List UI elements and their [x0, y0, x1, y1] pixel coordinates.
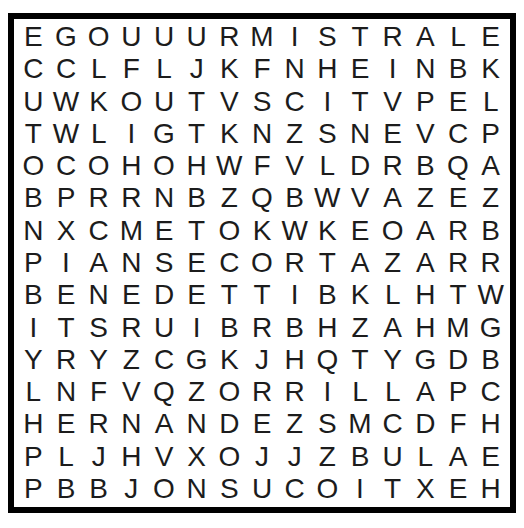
grid-cell-r7c10[interactable]: K [311, 215, 344, 247]
grid-cell-r14c5[interactable]: V [148, 440, 181, 472]
grid-cell-r7c15[interactable]: B [474, 215, 507, 247]
grid-cell-r14c9[interactable]: J [278, 440, 311, 472]
grid-cell-r2c12[interactable]: I [376, 53, 409, 85]
grid-cell-r8c6[interactable]: E [180, 247, 213, 279]
grid-cell-r9c2[interactable]: E [50, 279, 83, 311]
grid-cell-r3c4[interactable]: O [115, 86, 148, 118]
grid-cell-r6c9[interactable]: B [278, 182, 311, 214]
grid-cell-r10c11[interactable]: Z [344, 311, 377, 343]
grid-cell-r5c13[interactable]: B [409, 150, 442, 182]
grid-cell-r11c8[interactable]: J [246, 344, 279, 376]
grid-cell-r1c11[interactable]: T [344, 21, 377, 53]
grid-cell-r5c10[interactable]: L [311, 150, 344, 182]
grid-cell-r15c6[interactable]: N [180, 473, 213, 505]
grid-cell-r3c1[interactable]: U [17, 86, 50, 118]
grid-cell-r15c2[interactable]: B [50, 473, 83, 505]
grid-cell-r3c9[interactable]: C [278, 86, 311, 118]
grid-cell-r12c8[interactable]: R [246, 376, 279, 408]
grid-cell-r14c1[interactable]: P [17, 440, 50, 472]
grid-cell-r10c4[interactable]: R [115, 311, 148, 343]
grid-cell-r7c6[interactable]: T [180, 215, 213, 247]
grid-cell-r2c6[interactable]: J [180, 53, 213, 85]
grid-cell-r4c1[interactable]: T [17, 118, 50, 150]
grid-cell-r11c11[interactable]: T [344, 344, 377, 376]
grid-cell-r13c14[interactable]: F [442, 408, 475, 440]
grid-cell-r4c2[interactable]: W [50, 118, 83, 150]
grid-cell-r6c4[interactable]: R [115, 182, 148, 214]
grid-cell-r1c13[interactable]: A [409, 21, 442, 53]
grid-cell-r9c13[interactable]: H [409, 279, 442, 311]
grid-cell-r4c6[interactable]: T [180, 118, 213, 150]
grid-cell-r15c3[interactable]: B [82, 473, 115, 505]
grid-cell-r7c5[interactable]: E [148, 215, 181, 247]
grid-cell-r15c14[interactable]: E [442, 473, 475, 505]
grid-cell-r10c7[interactable]: B [213, 311, 246, 343]
grid-cell-r10c6[interactable]: I [180, 311, 213, 343]
grid-cell-r8c14[interactable]: R [442, 247, 475, 279]
grid-cell-r4c13[interactable]: V [409, 118, 442, 150]
grid-cell-r2c14[interactable]: B [442, 53, 475, 85]
grid-cell-r4c8[interactable]: N [246, 118, 279, 150]
grid-cell-r14c8[interactable]: J [246, 440, 279, 472]
grid-cell-r13c9[interactable]: Z [278, 408, 311, 440]
grid-cell-r10c15[interactable]: G [474, 311, 507, 343]
grid-cell-r12c11[interactable]: L [344, 376, 377, 408]
grid-cell-r8c8[interactable]: O [246, 247, 279, 279]
grid-cell-r4c15[interactable]: P [474, 118, 507, 150]
grid-cell-r5c4[interactable]: H [115, 150, 148, 182]
grid-cell-r4c5[interactable]: G [148, 118, 181, 150]
grid-cell-r4c12[interactable]: E [376, 118, 409, 150]
grid-cell-r8c1[interactable]: P [17, 247, 50, 279]
grid-cell-r9c4[interactable]: E [115, 279, 148, 311]
grid-cell-r2c4[interactable]: F [115, 53, 148, 85]
grid-cell-r2c10[interactable]: H [311, 53, 344, 85]
grid-cell-r4c9[interactable]: Z [278, 118, 311, 150]
grid-cell-r10c12[interactable]: A [376, 311, 409, 343]
grid-cell-r13c8[interactable]: E [246, 408, 279, 440]
grid-cell-r12c9[interactable]: R [278, 376, 311, 408]
grid-cell-r10c5[interactable]: U [148, 311, 181, 343]
grid-cell-r9c11[interactable]: K [344, 279, 377, 311]
grid-cell-r5c8[interactable]: F [246, 150, 279, 182]
grid-cell-r2c15[interactable]: K [474, 53, 507, 85]
grid-cell-r11c14[interactable]: D [442, 344, 475, 376]
grid-cell-r13c11[interactable]: M [344, 408, 377, 440]
grid-cell-r14c3[interactable]: J [82, 440, 115, 472]
grid-cell-r1c5[interactable]: U [148, 21, 181, 53]
grid-cell-r4c11[interactable]: N [344, 118, 377, 150]
grid-cell-r10c13[interactable]: H [409, 311, 442, 343]
grid-cell-r7c11[interactable]: E [344, 215, 377, 247]
grid-cell-r3c11[interactable]: T [344, 86, 377, 118]
grid-cell-r5c7[interactable]: W [213, 150, 246, 182]
grid-cell-r7c13[interactable]: A [409, 215, 442, 247]
grid-cell-r9c5[interactable]: D [148, 279, 181, 311]
grid-cell-r2c5[interactable]: L [148, 53, 181, 85]
grid-cell-r8c7[interactable]: C [213, 247, 246, 279]
grid-cell-r1c9[interactable]: I [278, 21, 311, 53]
grid-cell-r5c12[interactable]: R [376, 150, 409, 182]
grid-cell-r7c14[interactable]: R [442, 215, 475, 247]
grid-cell-r13c7[interactable]: D [213, 408, 246, 440]
grid-cell-r13c10[interactable]: S [311, 408, 344, 440]
grid-cell-r9c6[interactable]: E [180, 279, 213, 311]
grid-cell-r12c3[interactable]: F [82, 376, 115, 408]
grid-cell-r1c2[interactable]: G [50, 21, 83, 53]
grid-cell-r7c3[interactable]: C [82, 215, 115, 247]
grid-cell-r7c4[interactable]: M [115, 215, 148, 247]
grid-cell-r1c1[interactable]: E [17, 21, 50, 53]
grid-cell-r3c7[interactable]: V [213, 86, 246, 118]
grid-cell-r13c1[interactable]: H [17, 408, 50, 440]
grid-cell-r1c14[interactable]: L [442, 21, 475, 53]
grid-cell-r6c11[interactable]: V [344, 182, 377, 214]
grid-cell-r10c8[interactable]: R [246, 311, 279, 343]
grid-cell-r6c1[interactable]: B [17, 182, 50, 214]
grid-cell-r10c9[interactable]: B [278, 311, 311, 343]
grid-cell-r6c14[interactable]: E [442, 182, 475, 214]
grid-cell-r2c3[interactable]: L [82, 53, 115, 85]
grid-cell-r6c12[interactable]: A [376, 182, 409, 214]
grid-cell-r10c14[interactable]: M [442, 311, 475, 343]
grid-cell-r11c15[interactable]: B [474, 344, 507, 376]
grid-cell-r15c13[interactable]: X [409, 473, 442, 505]
grid-cell-r9c1[interactable]: B [17, 279, 50, 311]
grid-cell-r1c4[interactable]: U [115, 21, 148, 53]
grid-cell-r14c15[interactable]: E [474, 440, 507, 472]
grid-cell-r8c3[interactable]: A [82, 247, 115, 279]
grid-cell-r3c12[interactable]: V [376, 86, 409, 118]
grid-cell-r8c5[interactable]: S [148, 247, 181, 279]
grid-cell-r2c7[interactable]: K [213, 53, 246, 85]
grid-cell-r9c15[interactable]: W [474, 279, 507, 311]
grid-cell-r11c1[interactable]: Y [17, 344, 50, 376]
grid-cell-r15c15[interactable]: H [474, 473, 507, 505]
grid-cell-r15c1[interactable]: P [17, 473, 50, 505]
grid-cell-r6c13[interactable]: Z [409, 182, 442, 214]
grid-cell-r11c13[interactable]: G [409, 344, 442, 376]
grid-cell-r9c12[interactable]: L [376, 279, 409, 311]
grid-cell-r3c8[interactable]: S [246, 86, 279, 118]
grid-cell-r14c12[interactable]: U [376, 440, 409, 472]
grid-cell-r12c15[interactable]: C [474, 376, 507, 408]
grid-cell-r9c7[interactable]: T [213, 279, 246, 311]
grid-cell-r4c7[interactable]: K [213, 118, 246, 150]
grid-cell-r11c3[interactable]: Y [82, 344, 115, 376]
grid-cell-r3c2[interactable]: W [50, 86, 83, 118]
grid-cell-r12c14[interactable]: P [442, 376, 475, 408]
grid-cell-r15c7[interactable]: S [213, 473, 246, 505]
grid-cell-r1c7[interactable]: R [213, 21, 246, 53]
grid-cell-r6c15[interactable]: Z [474, 182, 507, 214]
grid-cell-r11c7[interactable]: K [213, 344, 246, 376]
grid-cell-r8c12[interactable]: Z [376, 247, 409, 279]
grid-cell-r4c4[interactable]: I [115, 118, 148, 150]
grid-cell-r12c1[interactable]: L [17, 376, 50, 408]
grid-cell-r9c3[interactable]: N [82, 279, 115, 311]
grid-cell-r1c12[interactable]: R [376, 21, 409, 53]
grid-cell-r15c5[interactable]: O [148, 473, 181, 505]
grid-cell-r13c6[interactable]: N [180, 408, 213, 440]
grid-cell-r12c4[interactable]: V [115, 376, 148, 408]
grid-cell-r3c6[interactable]: T [180, 86, 213, 118]
grid-cell-r2c8[interactable]: F [246, 53, 279, 85]
grid-cell-r1c6[interactable]: U [180, 21, 213, 53]
grid-cell-r12c7[interactable]: O [213, 376, 246, 408]
grid-cell-r8c15[interactable]: R [474, 247, 507, 279]
grid-cell-r14c11[interactable]: B [344, 440, 377, 472]
grid-cell-r6c3[interactable]: R [82, 182, 115, 214]
grid-cell-r3c14[interactable]: E [442, 86, 475, 118]
grid-cell-r3c13[interactable]: P [409, 86, 442, 118]
grid-cell-r11c10[interactable]: Q [311, 344, 344, 376]
grid-cell-r7c2[interactable]: X [50, 215, 83, 247]
grid-cell-r7c12[interactable]: O [376, 215, 409, 247]
grid-cell-r3c15[interactable]: L [474, 86, 507, 118]
grid-cell-r12c12[interactable]: L [376, 376, 409, 408]
grid-cell-r9c10[interactable]: B [311, 279, 344, 311]
grid-cell-r8c13[interactable]: A [409, 247, 442, 279]
grid-cell-r15c8[interactable]: U [246, 473, 279, 505]
grid-cell-r14c14[interactable]: A [442, 440, 475, 472]
grid-cell-r13c12[interactable]: C [376, 408, 409, 440]
grid-cell-r13c13[interactable]: D [409, 408, 442, 440]
grid-cell-r1c3[interactable]: O [82, 21, 115, 53]
grid-cell-r2c2[interactable]: C [50, 53, 83, 85]
grid-cell-r10c2[interactable]: T [50, 311, 83, 343]
grid-cell-r12c2[interactable]: N [50, 376, 83, 408]
grid-cell-r15c10[interactable]: O [311, 473, 344, 505]
grid-cell-r11c9[interactable]: H [278, 344, 311, 376]
grid-cell-r5c9[interactable]: V [278, 150, 311, 182]
grid-cell-r5c15[interactable]: A [474, 150, 507, 182]
grid-cell-r8c4[interactable]: N [115, 247, 148, 279]
grid-cell-r12c10[interactable]: I [311, 376, 344, 408]
grid-cell-r10c3[interactable]: S [82, 311, 115, 343]
grid-cell-r13c5[interactable]: A [148, 408, 181, 440]
grid-cell-r5c1[interactable]: O [17, 150, 50, 182]
grid-cell-r2c1[interactable]: C [17, 53, 50, 85]
grid-cell-r5c14[interactable]: Q [442, 150, 475, 182]
grid-cell-r8c2[interactable]: I [50, 247, 83, 279]
grid-cell-r9c8[interactable]: T [246, 279, 279, 311]
grid-cell-r3c3[interactable]: K [82, 86, 115, 118]
grid-cell-r3c10[interactable]: I [311, 86, 344, 118]
grid-cell-r1c8[interactable]: M [246, 21, 279, 53]
grid-cell-r9c9[interactable]: I [278, 279, 311, 311]
grid-cell-r6c5[interactable]: N [148, 182, 181, 214]
grid-cell-r13c4[interactable]: N [115, 408, 148, 440]
grid-cell-r4c3[interactable]: L [82, 118, 115, 150]
grid-cell-r6c10[interactable]: W [311, 182, 344, 214]
grid-cell-r11c6[interactable]: G [180, 344, 213, 376]
grid-cell-r2c13[interactable]: N [409, 53, 442, 85]
grid-cell-r7c9[interactable]: W [278, 215, 311, 247]
grid-cell-r10c10[interactable]: H [311, 311, 344, 343]
grid-cell-r1c15[interactable]: E [474, 21, 507, 53]
grid-cell-r14c2[interactable]: L [50, 440, 83, 472]
grid-cell-r15c12[interactable]: T [376, 473, 409, 505]
grid-cell-r8c11[interactable]: A [344, 247, 377, 279]
grid-cell-r5c2[interactable]: C [50, 150, 83, 182]
grid-cell-r14c6[interactable]: X [180, 440, 213, 472]
grid-cell-r15c4[interactable]: J [115, 473, 148, 505]
grid-cell-r11c4[interactable]: Z [115, 344, 148, 376]
grid-cell-r14c4[interactable]: H [115, 440, 148, 472]
word-search-board: EGOUUURMISTRALECCLFLJKFNHEINBKUWKOUTVSCI… [8, 13, 516, 513]
grid-cell-r5c5[interactable]: O [148, 150, 181, 182]
grid-cell-r9c14[interactable]: T [442, 279, 475, 311]
grid-cell-r11c5[interactable]: C [148, 344, 181, 376]
grid-cell-r6c8[interactable]: Q [246, 182, 279, 214]
grid-cell-r4c14[interactable]: C [442, 118, 475, 150]
grid-cell-r10c1[interactable]: I [17, 311, 50, 343]
grid-cell-r1c10[interactable]: S [311, 21, 344, 53]
grid-cell-r5c6[interactable]: H [180, 150, 213, 182]
grid-cell-r14c7[interactable]: O [213, 440, 246, 472]
grid-cell-r7c8[interactable]: K [246, 215, 279, 247]
grid-cell-r4c10[interactable]: S [311, 118, 344, 150]
grid-cell-r12c13[interactable]: A [409, 376, 442, 408]
grid-cell-r15c11[interactable]: I [344, 473, 377, 505]
grid-cell-r14c13[interactable]: L [409, 440, 442, 472]
grid-cell-r7c1[interactable]: N [17, 215, 50, 247]
grid-cell-r12c6[interactable]: Z [180, 376, 213, 408]
grid-cell-r7c7[interactable]: O [213, 215, 246, 247]
grid-cell-r13c15[interactable]: H [474, 408, 507, 440]
grid-cell-r12c5[interactable]: Q [148, 376, 181, 408]
grid-cell-r11c12[interactable]: Y [376, 344, 409, 376]
grid-cell-r3c5[interactable]: U [148, 86, 181, 118]
grid-cell-r13c3[interactable]: R [82, 408, 115, 440]
grid-cell-r6c7[interactable]: Z [213, 182, 246, 214]
grid-cell-r8c9[interactable]: R [278, 247, 311, 279]
grid-cell-r6c6[interactable]: B [180, 182, 213, 214]
grid-cell-r2c11[interactable]: E [344, 53, 377, 85]
grid-cell-r11c2[interactable]: R [50, 344, 83, 376]
grid-cell-r2c9[interactable]: N [278, 53, 311, 85]
grid-cell-r13c2[interactable]: E [50, 408, 83, 440]
grid-cell-r5c11[interactable]: D [344, 150, 377, 182]
grid-cell-r14c10[interactable]: Z [311, 440, 344, 472]
grid-cell-r15c9[interactable]: C [278, 473, 311, 505]
grid-cell-r8c10[interactable]: T [311, 247, 344, 279]
grid-cell-r5c3[interactable]: O [82, 150, 115, 182]
grid-cell-r6c2[interactable]: P [50, 182, 83, 214]
